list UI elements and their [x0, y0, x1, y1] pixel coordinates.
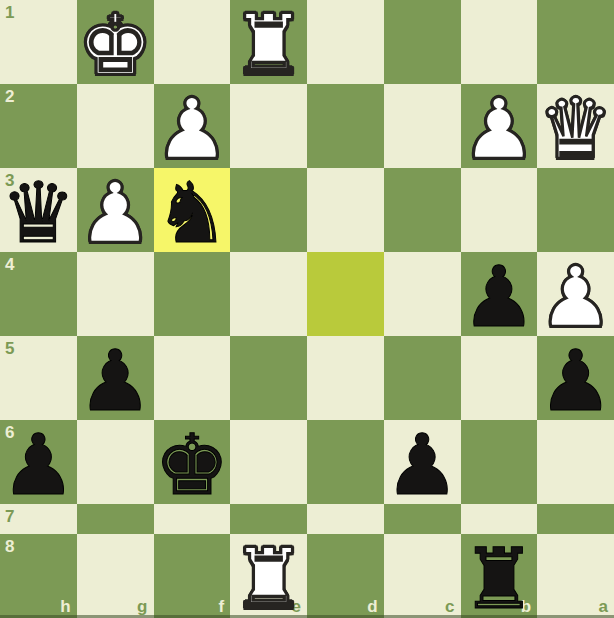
- square-d1[interactable]: [307, 0, 384, 84]
- black-pawn[interactable]: ♟: [461, 255, 536, 339]
- square-b6[interactable]: [461, 420, 538, 504]
- square-b1[interactable]: [461, 0, 538, 84]
- white-pawn[interactable]: ♟: [154, 87, 229, 171]
- square-h1[interactable]: 1: [0, 0, 77, 84]
- black-pawn[interactable]: ♟: [538, 339, 613, 423]
- square-d3[interactable]: [307, 168, 384, 252]
- white-pawn[interactable]: ♟: [77, 171, 152, 255]
- square-b4[interactable]: ♟: [461, 252, 538, 336]
- square-e4[interactable]: [230, 252, 307, 336]
- square-h5[interactable]: 5: [0, 336, 77, 420]
- square-c5[interactable]: [384, 336, 461, 420]
- square-c8[interactable]: c: [384, 534, 461, 618]
- rank-label-2: 2: [5, 87, 14, 107]
- chess-board: 1♚♜2♟♟♛3♛♟♞4♟♟5♟♟6♟♚♟78hgfe♜dcb♜a: [0, 0, 614, 618]
- square-f2[interactable]: ♟: [154, 84, 231, 168]
- square-a8[interactable]: a: [537, 534, 614, 618]
- white-rook[interactable]: ♜: [231, 3, 306, 87]
- square-f5[interactable]: [154, 336, 231, 420]
- white-rook[interactable]: ♜: [231, 537, 306, 618]
- square-h2[interactable]: 2: [0, 84, 77, 168]
- square-h6[interactable]: 6♟: [0, 420, 77, 504]
- square-f6[interactable]: ♚: [154, 420, 231, 504]
- file-label-h: h: [60, 597, 70, 617]
- square-c1[interactable]: [384, 0, 461, 84]
- square-a7[interactable]: [537, 504, 614, 534]
- square-d6[interactable]: [307, 420, 384, 504]
- file-label-a: a: [599, 597, 608, 617]
- square-e6[interactable]: [230, 420, 307, 504]
- square-g3[interactable]: ♟: [77, 168, 154, 252]
- rank-label-8: 8: [5, 537, 14, 557]
- black-pawn[interactable]: ♟: [77, 339, 152, 423]
- square-b8[interactable]: b♜: [461, 534, 538, 618]
- square-c3[interactable]: [384, 168, 461, 252]
- file-label-c: c: [445, 597, 454, 617]
- square-c2[interactable]: [384, 84, 461, 168]
- square-g8[interactable]: g: [77, 534, 154, 618]
- rank-label-1: 1: [5, 3, 14, 23]
- square-g2[interactable]: [77, 84, 154, 168]
- white-pawn[interactable]: ♟: [461, 87, 536, 171]
- square-a6[interactable]: [537, 420, 614, 504]
- square-h3[interactable]: 3♛: [0, 168, 77, 252]
- file-label-d: d: [367, 597, 377, 617]
- square-c6[interactable]: ♟: [384, 420, 461, 504]
- white-queen[interactable]: ♛: [538, 87, 613, 171]
- file-label-f: f: [219, 597, 225, 617]
- square-a2[interactable]: ♛: [537, 84, 614, 168]
- square-b3[interactable]: [461, 168, 538, 252]
- square-a3[interactable]: [537, 168, 614, 252]
- square-a1[interactable]: [537, 0, 614, 84]
- file-label-g: g: [137, 597, 147, 617]
- square-h4[interactable]: 4: [0, 252, 77, 336]
- square-g6[interactable]: [77, 420, 154, 504]
- square-g4[interactable]: [77, 252, 154, 336]
- square-f4[interactable]: [154, 252, 231, 336]
- square-e8[interactable]: e♜: [230, 534, 307, 618]
- square-g7[interactable]: [77, 504, 154, 534]
- square-e2[interactable]: [230, 84, 307, 168]
- square-e3[interactable]: [230, 168, 307, 252]
- black-pawn[interactable]: ♟: [384, 423, 459, 507]
- black-queen[interactable]: ♛: [1, 171, 76, 255]
- square-f1[interactable]: [154, 0, 231, 84]
- square-e1[interactable]: ♜: [230, 0, 307, 84]
- square-d8[interactable]: d: [307, 534, 384, 618]
- black-pawn[interactable]: ♟: [1, 423, 76, 507]
- black-king[interactable]: ♚: [154, 423, 229, 507]
- black-knight[interactable]: ♞: [154, 171, 229, 255]
- square-c4[interactable]: [384, 252, 461, 336]
- square-d5[interactable]: [307, 336, 384, 420]
- square-f8[interactable]: f: [154, 534, 231, 618]
- square-h8[interactable]: 8h: [0, 534, 77, 618]
- square-f3[interactable]: ♞: [154, 168, 231, 252]
- square-d2[interactable]: [307, 84, 384, 168]
- black-rook[interactable]: ♜: [461, 537, 536, 618]
- square-a5[interactable]: ♟: [537, 336, 614, 420]
- square-b2[interactable]: ♟: [461, 84, 538, 168]
- rank-label-5: 5: [5, 339, 14, 359]
- square-b5[interactable]: [461, 336, 538, 420]
- square-e5[interactable]: [230, 336, 307, 420]
- square-g1[interactable]: ♚: [77, 0, 154, 84]
- white-pawn[interactable]: ♟: [538, 255, 613, 339]
- square-g5[interactable]: ♟: [77, 336, 154, 420]
- square-d7[interactable]: [307, 504, 384, 534]
- square-a4[interactable]: ♟: [537, 252, 614, 336]
- white-king[interactable]: ♚: [77, 3, 152, 87]
- square-d4[interactable]: [307, 252, 384, 336]
